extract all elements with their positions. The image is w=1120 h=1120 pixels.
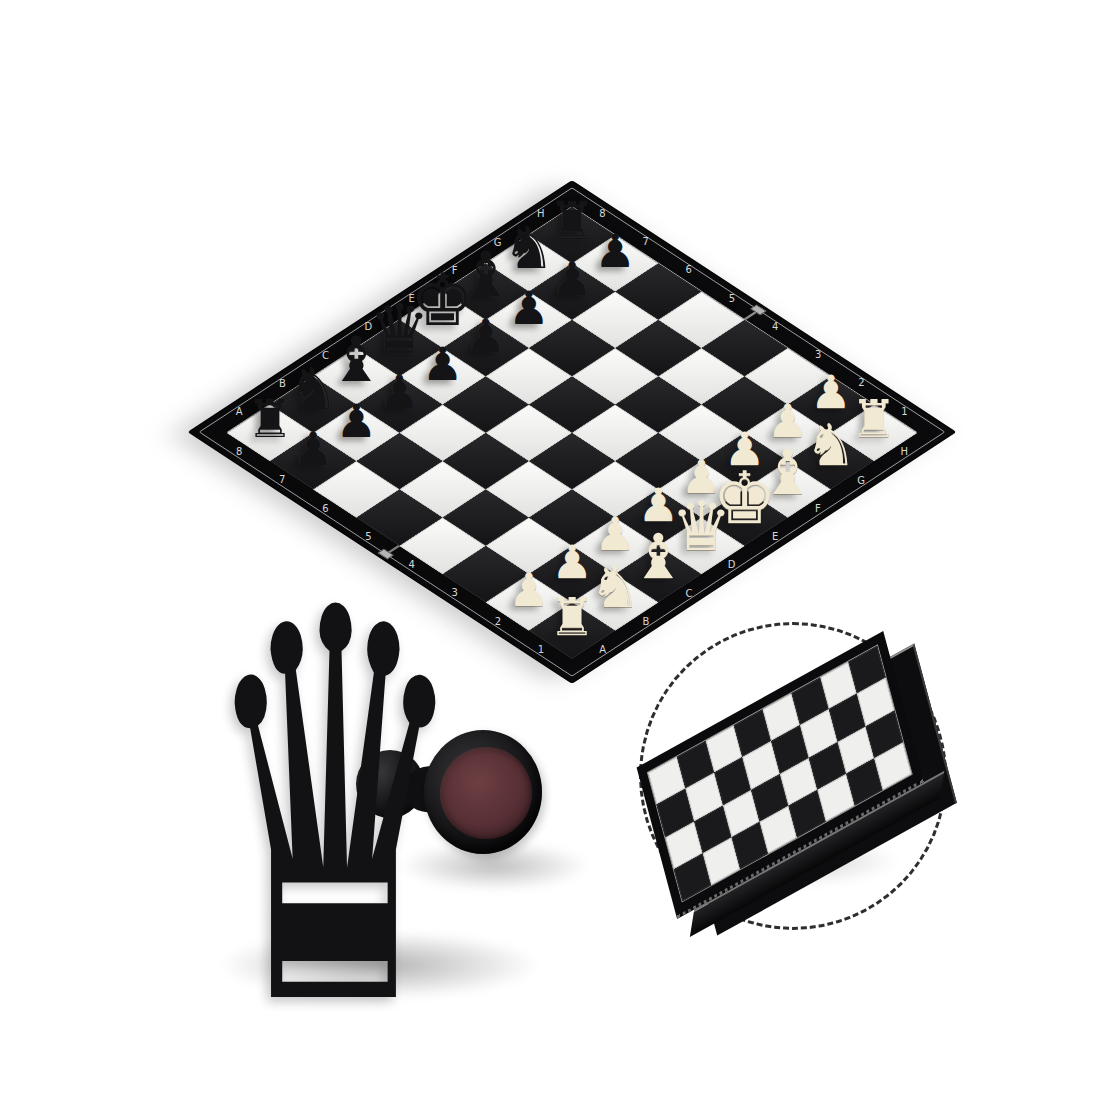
white-pawn: ♟ (810, 369, 851, 415)
black-pawn: ♟ (465, 312, 506, 358)
white-pawn: ♟ (508, 567, 549, 613)
black-rook: ♜ (247, 392, 294, 444)
black-pawn: ♟ (508, 284, 549, 330)
white-pawn: ♟ (551, 538, 592, 584)
white-rook: ♜ (851, 392, 898, 444)
foreground-black-queen: ♛ (202, 540, 468, 1080)
folded-board (608, 624, 985, 954)
black-pawn: ♟ (293, 425, 334, 471)
product-photo-scene: ♜♟♟♜♞♟♟♞♝♟♟♝♚♟♟♚♛♟♟♛♝♟♟♝♞♟♟♞♜♟♟♜ 8877665… (0, 0, 1120, 1120)
black-pawn: ♟ (551, 256, 592, 302)
black-knight: ♞ (287, 359, 339, 417)
inset-folded-view (639, 622, 947, 930)
black-pawn: ♟ (595, 228, 636, 274)
white-knight: ♞ (589, 557, 641, 615)
black-rook: ♜ (549, 195, 596, 247)
black-pawn: ♟ (379, 369, 420, 415)
white-rook: ♜ (549, 590, 596, 642)
black-pawn: ♟ (422, 341, 463, 387)
black-pawn: ♟ (336, 397, 377, 443)
